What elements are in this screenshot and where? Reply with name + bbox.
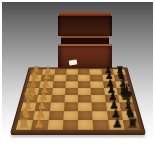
square-g3	[48, 111, 63, 120]
square-h5	[78, 120, 94, 130]
square-c4	[65, 81, 78, 88]
square-f5	[78, 103, 92, 111]
square-c6	[90, 81, 103, 88]
square-d6	[91, 88, 105, 95]
square-h3	[47, 120, 63, 130]
square-g1: ♞	[18, 111, 35, 120]
square-c8: ♝	[115, 81, 129, 88]
square-g4	[63, 111, 78, 120]
box-front-panel	[58, 46, 112, 69]
square-h4	[62, 120, 78, 130]
square-h8: ♜	[123, 120, 140, 130]
square-f4	[64, 103, 78, 111]
square-c5	[78, 81, 91, 88]
piece-bR-h8: ♜	[124, 114, 139, 129]
square-e6	[91, 95, 105, 103]
square-e2: ♟	[37, 95, 52, 103]
square-c3	[52, 81, 65, 88]
board-front-edge	[11, 131, 145, 135]
box-lid-interior	[58, 16, 112, 36]
piece-wP-g2: ♟	[33, 105, 48, 120]
square-h6	[93, 120, 109, 130]
square-g6	[92, 111, 107, 120]
square-g8: ♞	[121, 111, 138, 120]
square-e5	[78, 95, 92, 103]
square-d3	[52, 88, 66, 95]
square-e4	[64, 95, 78, 103]
square-d2: ♟	[38, 88, 52, 95]
square-e3	[50, 95, 64, 103]
square-f3	[49, 103, 64, 111]
photo-frame: ♜♟♟♜♞♟♟♞♝♟♟♝♛♟♟♛♚♟♟♚♝♟♟♝♞♟♟♞♜♟♟♜	[0, 0, 155, 155]
square-e1: ♚	[23, 95, 38, 103]
square-c2: ♟	[40, 81, 54, 88]
piece-wR-h1: ♜	[16, 114, 31, 129]
square-e8: ♚	[118, 95, 133, 103]
square-d5	[78, 88, 91, 95]
chess-box	[58, 12, 112, 69]
piece-bP-g7: ♟	[108, 105, 123, 120]
piece-bN-g8: ♞	[123, 105, 138, 120]
square-f6	[92, 103, 107, 111]
square-f8: ♝	[119, 103, 135, 111]
square-d8: ♛	[116, 88, 131, 95]
square-g5	[78, 111, 93, 120]
square-d4	[65, 88, 78, 95]
square-h2: ♟	[31, 120, 48, 130]
chess-board: ♜♟♟♜♞♟♟♞♝♟♟♝♛♟♟♛♚♟♟♚♝♟♟♝♞♟♟♞♜♟♟♜	[12, 68, 145, 132]
piece-wN-g1: ♞	[19, 105, 34, 120]
piece-wP-h2: ♟	[32, 114, 47, 129]
square-f2: ♟	[35, 103, 50, 111]
square-g2: ♟	[33, 111, 49, 120]
